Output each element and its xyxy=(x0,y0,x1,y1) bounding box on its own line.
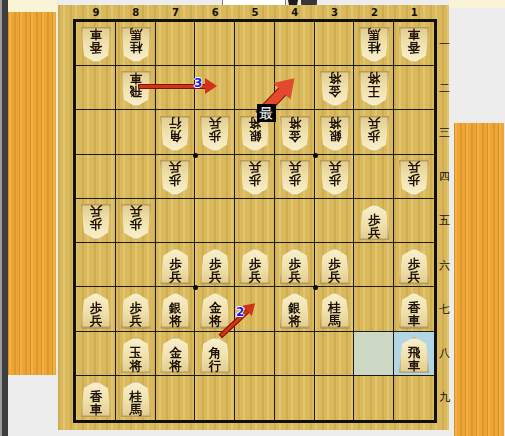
piece-kanji: 香 xyxy=(90,41,103,54)
piece-kanji: 将 xyxy=(169,359,182,372)
file-label: 9 xyxy=(76,6,116,19)
board-cell[interactable] xyxy=(235,332,275,376)
piece-kanji: 歩 xyxy=(249,174,262,187)
piece-kanji: 歩 xyxy=(209,130,222,143)
hoshi-point xyxy=(193,153,198,158)
piece-kanji: 将 xyxy=(328,72,341,85)
piece-kanji: 兵 xyxy=(169,161,182,174)
board-cell[interactable] xyxy=(76,155,116,199)
right-wood-panel xyxy=(454,123,504,436)
piece-kanji: 馬 xyxy=(368,28,381,41)
board-cell[interactable] xyxy=(76,110,116,154)
rank-labels: 一二三四五六七八九 xyxy=(438,22,451,420)
piece-kanji: 金 xyxy=(289,130,302,143)
piece-kanji: 将 xyxy=(169,314,182,327)
arrow-head-icon xyxy=(205,78,217,94)
piece-kanji: 王 xyxy=(368,85,381,98)
hoshi-point xyxy=(313,153,318,158)
board-cell[interactable] xyxy=(235,376,275,420)
piece-kanji: 兵 xyxy=(90,314,103,327)
piece-kanji: 兵 xyxy=(368,226,381,239)
rank-label: 四 xyxy=(438,155,451,199)
hoshi-point xyxy=(313,285,318,290)
piece-kanji: 馬 xyxy=(328,314,341,327)
board-cell[interactable] xyxy=(354,243,394,287)
rank-label: 六 xyxy=(438,243,451,287)
board-cell[interactable] xyxy=(275,376,315,420)
piece-kanji: 歩 xyxy=(289,174,302,187)
board-cell[interactable] xyxy=(156,376,196,420)
file-label: 2 xyxy=(354,6,394,19)
board-cell[interactable] xyxy=(76,66,116,110)
piece-kanji: 歩 xyxy=(90,218,103,231)
file-label: 6 xyxy=(195,6,235,19)
variation-number-2: 2 xyxy=(236,305,244,319)
piece-kanji: 車 xyxy=(408,314,421,327)
board-cell[interactable] xyxy=(354,287,394,331)
rank-label: 一 xyxy=(438,22,451,66)
board-cell[interactable] xyxy=(116,243,156,287)
hoshi-point xyxy=(193,285,198,290)
piece-kanji: 兵 xyxy=(249,270,262,283)
board-cell[interactable] xyxy=(394,199,434,243)
board-cell[interactable] xyxy=(315,199,355,243)
piece-kanji: 歩 xyxy=(169,174,182,187)
file-label: 1 xyxy=(394,6,434,19)
rank-label: 七 xyxy=(438,287,451,331)
rank-label: 九 xyxy=(438,376,451,420)
variation-number-3: 3 xyxy=(194,76,202,90)
piece-kanji: 車 xyxy=(90,403,103,416)
piece-kanji: 兵 xyxy=(129,205,142,218)
piece-kanji: 兵 xyxy=(328,270,341,283)
file-label: 3 xyxy=(315,6,355,19)
piece-kanji: 行 xyxy=(209,359,222,372)
board-cell[interactable] xyxy=(315,22,355,66)
piece-kanji: 歩 xyxy=(368,130,381,143)
rank-label: 三 xyxy=(438,110,451,154)
board-cell[interactable] xyxy=(275,22,315,66)
piece-kanji: 兵 xyxy=(129,314,142,327)
piece-kanji: 馬 xyxy=(129,403,142,416)
piece-kanji: 金 xyxy=(328,85,341,98)
board-cell[interactable] xyxy=(195,155,235,199)
board-cell[interactable] xyxy=(354,332,394,376)
piece-kanji: 将 xyxy=(129,359,142,372)
piece-kanji: 車 xyxy=(408,359,421,372)
top-right-strip xyxy=(449,0,505,8)
piece-kanji: 兵 xyxy=(408,161,421,174)
piece-kanji: 桂 xyxy=(129,41,142,54)
board-cell[interactable] xyxy=(235,199,275,243)
piece-kanji: 香 xyxy=(90,390,103,403)
board-cell[interactable] xyxy=(116,155,156,199)
piece-kanji: 角 xyxy=(209,346,222,359)
shogi-app-window: 987654321 一二三四五六七八九 香車桂馬桂馬香車飛車金将王将角行歩兵銀将… xyxy=(0,0,505,436)
piece-kanji: 馬 xyxy=(129,28,142,41)
piece-kanji: 行 xyxy=(169,117,182,130)
file-label: 8 xyxy=(116,6,156,19)
piece-kanji: 兵 xyxy=(249,161,262,174)
board-cell[interactable] xyxy=(394,376,434,420)
piece-kanji: 将 xyxy=(209,314,222,327)
board-cell[interactable] xyxy=(156,22,196,66)
piece-kanji: 角 xyxy=(169,130,182,143)
board-cell[interactable] xyxy=(195,199,235,243)
file-labels: 987654321 xyxy=(76,6,434,19)
board-cell[interactable] xyxy=(195,376,235,420)
board-cell[interactable] xyxy=(354,376,394,420)
piece-kanji: 桂 xyxy=(368,41,381,54)
piece-kanji: 兵 xyxy=(169,270,182,283)
board-cell[interactable] xyxy=(394,110,434,154)
board-cell[interactable] xyxy=(116,110,156,154)
piece-kanji: 将 xyxy=(289,117,302,130)
rank-label: 五 xyxy=(438,199,451,243)
board-cell[interactable] xyxy=(156,199,196,243)
piece-kanji: 銀 xyxy=(328,130,341,143)
piece-kanji: 将 xyxy=(368,72,381,85)
board-cell[interactable] xyxy=(76,332,116,376)
piece-kanji: 兵 xyxy=(209,117,222,130)
board-grid: 香車桂馬桂馬香車飛車金将王将角行歩兵銀将金将銀将歩兵歩兵歩兵歩兵歩兵歩兵歩兵歩兵… xyxy=(76,22,434,420)
piece-kanji: 桂 xyxy=(129,390,142,403)
board-cell[interactable] xyxy=(275,199,315,243)
piece-kanji: 兵 xyxy=(289,161,302,174)
board-cell[interactable] xyxy=(275,332,315,376)
piece-kanji: 兵 xyxy=(368,117,381,130)
rank-label: 二 xyxy=(438,66,451,110)
piece-kanji: 香 xyxy=(408,41,421,54)
piece-kanji: 将 xyxy=(289,314,302,327)
board-frame: 香車桂馬桂馬香車飛車金将王将角行歩兵銀将金将銀将歩兵歩兵歩兵歩兵歩兵歩兵歩兵歩兵… xyxy=(73,19,437,423)
piece-kanji: 歩 xyxy=(408,174,421,187)
file-label: 7 xyxy=(156,6,196,19)
piece-kanji: 金 xyxy=(169,346,182,359)
piece-kanji: 飛 xyxy=(408,346,421,359)
piece-kanji: 兵 xyxy=(289,270,302,283)
board-cell[interactable] xyxy=(315,376,355,420)
piece-kanji: 将 xyxy=(328,117,341,130)
piece-kanji: 銀 xyxy=(249,130,262,143)
file-label: 5 xyxy=(235,6,275,19)
piece-kanji: 歩 xyxy=(328,174,341,187)
board-cell[interactable] xyxy=(354,155,394,199)
piece-kanji: 車 xyxy=(90,28,103,41)
piece-kanji: 兵 xyxy=(328,161,341,174)
board-cell[interactable] xyxy=(195,22,235,66)
board-cell[interactable] xyxy=(394,66,434,110)
best-move-badge: 最 xyxy=(257,104,276,122)
piece-kanji: 玉 xyxy=(129,346,142,359)
rank-label: 八 xyxy=(438,332,451,376)
piece-kanji: 兵 xyxy=(90,205,103,218)
board-cell[interactable] xyxy=(235,22,275,66)
board-cell[interactable] xyxy=(315,332,355,376)
piece-kanji: 車 xyxy=(408,28,421,41)
piece-kanji: 歩 xyxy=(129,218,142,231)
left-wood-panel xyxy=(8,12,56,375)
top-left-strip xyxy=(8,0,57,12)
file-label: 4 xyxy=(275,6,315,19)
piece-kanji: 兵 xyxy=(408,270,421,283)
board-cell[interactable] xyxy=(76,243,116,287)
piece-kanji: 兵 xyxy=(209,270,222,283)
